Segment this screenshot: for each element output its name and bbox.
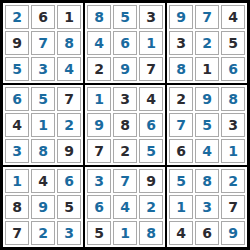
sudoku-cell-r2c4[interactable]: 4 — [87, 31, 111, 55]
sudoku-cell-r8c8[interactable]: 3 — [195, 195, 219, 219]
sudoku-cell-r1c6[interactable]: 3 — [139, 5, 163, 29]
sudoku-cell-r6c2[interactable]: 8 — [31, 139, 55, 163]
sudoku-cell-r8c6[interactable]: 2 — [139, 195, 163, 219]
sudoku-box-4: 657412389 — [2, 84, 84, 166]
sudoku-cell-r9c1[interactable]: 7 — [5, 221, 29, 245]
sudoku-cell-r4c4[interactable]: 1 — [87, 87, 111, 111]
sudoku-cell-r3c9[interactable]: 6 — [221, 57, 245, 81]
sudoku-cell-r3c7[interactable]: 8 — [169, 57, 193, 81]
sudoku-cell-r5c5[interactable]: 8 — [113, 113, 137, 137]
sudoku-cell-r1c9[interactable]: 4 — [221, 5, 245, 29]
sudoku-cell-r8c9[interactable]: 7 — [221, 195, 245, 219]
sudoku-cell-r6c8[interactable]: 4 — [195, 139, 219, 163]
sudoku-box-8: 379642518 — [84, 166, 166, 248]
sudoku-cell-r5c4[interactable]: 9 — [87, 113, 111, 137]
sudoku-cell-r7c2[interactable]: 4 — [31, 169, 55, 193]
sudoku-cell-r5c7[interactable]: 7 — [169, 113, 193, 137]
sudoku-cell-r7c7[interactable]: 5 — [169, 169, 193, 193]
sudoku-cell-r2c5[interactable]: 6 — [113, 31, 137, 55]
sudoku-cell-r1c3[interactable]: 1 — [57, 5, 81, 29]
sudoku-cell-r2c6[interactable]: 1 — [139, 31, 163, 55]
sudoku-cell-r6c5[interactable]: 2 — [113, 139, 137, 163]
sudoku-cell-r2c2[interactable]: 7 — [31, 31, 55, 55]
sudoku-cell-r8c3[interactable]: 5 — [57, 195, 81, 219]
sudoku-cell-r6c6[interactable]: 5 — [139, 139, 163, 163]
sudoku-cell-r4c8[interactable]: 9 — [195, 87, 219, 111]
sudoku-cell-r4c1[interactable]: 6 — [5, 87, 29, 111]
sudoku-cell-r2c1[interactable]: 9 — [5, 31, 29, 55]
sudoku-cell-r5c1[interactable]: 4 — [5, 113, 29, 137]
sudoku-cell-r4c5[interactable]: 3 — [113, 87, 137, 111]
sudoku-cell-r4c2[interactable]: 5 — [31, 87, 55, 111]
sudoku-board: 2619785348534612979743258166574123891349… — [0, 0, 250, 250]
sudoku-cell-r1c7[interactable]: 9 — [169, 5, 193, 29]
sudoku-cell-r9c8[interactable]: 6 — [195, 221, 219, 245]
sudoku-cell-r7c3[interactable]: 6 — [57, 169, 81, 193]
sudoku-cell-r3c3[interactable]: 4 — [57, 57, 81, 81]
sudoku-cell-r6c3[interactable]: 9 — [57, 139, 81, 163]
sudoku-cell-r3c5[interactable]: 9 — [113, 57, 137, 81]
sudoku-cell-r9c3[interactable]: 3 — [57, 221, 81, 245]
sudoku-cell-r5c9[interactable]: 3 — [221, 113, 245, 137]
sudoku-box-5: 134986725 — [84, 84, 166, 166]
sudoku-cell-r1c4[interactable]: 8 — [87, 5, 111, 29]
sudoku-cell-r1c5[interactable]: 5 — [113, 5, 137, 29]
sudoku-cell-r1c1[interactable]: 2 — [5, 5, 29, 29]
sudoku-box-6: 298753641 — [166, 84, 248, 166]
sudoku-cell-r6c9[interactable]: 1 — [221, 139, 245, 163]
sudoku-cell-r9c6[interactable]: 8 — [139, 221, 163, 245]
sudoku-cell-r1c8[interactable]: 7 — [195, 5, 219, 29]
sudoku-cell-r9c2[interactable]: 2 — [31, 221, 55, 245]
sudoku-box-3: 974325816 — [166, 2, 248, 84]
sudoku-cell-r7c1[interactable]: 1 — [5, 169, 29, 193]
sudoku-cell-r3c2[interactable]: 3 — [31, 57, 55, 81]
sudoku-cell-r8c4[interactable]: 6 — [87, 195, 111, 219]
sudoku-cell-r4c9[interactable]: 8 — [221, 87, 245, 111]
sudoku-cell-r8c2[interactable]: 9 — [31, 195, 55, 219]
sudoku-cell-r4c3[interactable]: 7 — [57, 87, 81, 111]
sudoku-box-7: 146895723 — [2, 166, 84, 248]
sudoku-cell-r7c4[interactable]: 3 — [87, 169, 111, 193]
sudoku-cell-r8c5[interactable]: 4 — [113, 195, 137, 219]
sudoku-cell-r3c4[interactable]: 2 — [87, 57, 111, 81]
sudoku-cell-r2c8[interactable]: 2 — [195, 31, 219, 55]
sudoku-cell-r3c1[interactable]: 5 — [5, 57, 29, 81]
sudoku-cell-r9c4[interactable]: 5 — [87, 221, 111, 245]
sudoku-cell-r8c1[interactable]: 8 — [5, 195, 29, 219]
sudoku-cell-r3c8[interactable]: 1 — [195, 57, 219, 81]
sudoku-cell-r6c1[interactable]: 3 — [5, 139, 29, 163]
sudoku-cell-r5c8[interactable]: 5 — [195, 113, 219, 137]
sudoku-cell-r3c6[interactable]: 7 — [139, 57, 163, 81]
sudoku-cell-r7c6[interactable]: 9 — [139, 169, 163, 193]
sudoku-cell-r8c7[interactable]: 1 — [169, 195, 193, 219]
sudoku-cell-r1c2[interactable]: 6 — [31, 5, 55, 29]
sudoku-cell-r5c6[interactable]: 6 — [139, 113, 163, 137]
sudoku-cell-r5c3[interactable]: 2 — [57, 113, 81, 137]
sudoku-cell-r7c8[interactable]: 8 — [195, 169, 219, 193]
sudoku-cell-r9c9[interactable]: 9 — [221, 221, 245, 245]
sudoku-box-9: 582137469 — [166, 166, 248, 248]
sudoku-cell-r2c9[interactable]: 5 — [221, 31, 245, 55]
sudoku-box-1: 261978534 — [2, 2, 84, 84]
sudoku-cell-r9c7[interactable]: 4 — [169, 221, 193, 245]
sudoku-cell-r6c7[interactable]: 6 — [169, 139, 193, 163]
sudoku-cell-r5c2[interactable]: 1 — [31, 113, 55, 137]
sudoku-cell-r7c9[interactable]: 2 — [221, 169, 245, 193]
sudoku-cell-r2c7[interactable]: 3 — [169, 31, 193, 55]
sudoku-cell-r7c5[interactable]: 7 — [113, 169, 137, 193]
sudoku-cell-r9c5[interactable]: 1 — [113, 221, 137, 245]
sudoku-box-2: 853461297 — [84, 2, 166, 84]
sudoku-cell-r4c6[interactable]: 4 — [139, 87, 163, 111]
sudoku-cell-r4c7[interactable]: 2 — [169, 87, 193, 111]
sudoku-cell-r2c3[interactable]: 8 — [57, 31, 81, 55]
sudoku-cell-r6c4[interactable]: 7 — [87, 139, 111, 163]
